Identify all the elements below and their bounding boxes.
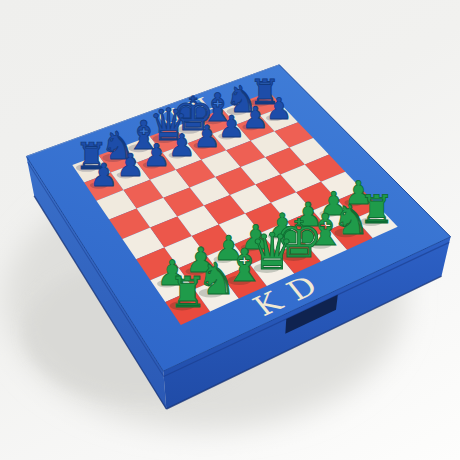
piece-blue-pawn-h7: ♟	[266, 92, 293, 126]
piece-blue-pawn-b7: ♟	[116, 147, 144, 183]
piece-blue-pawn-e7: ♟	[193, 119, 220, 154]
piece-blue-pawn-a7: ♟	[90, 157, 118, 193]
chess-box-render: KDKD♜♞♟♝♟♚♟♛♟♝♟♞♟♜♟♟♟♟♜♟♞♟♝♟♚♟♛♟♝♟♞♜	[0, 0, 460, 460]
piece-green-rook-a1: ♜	[169, 268, 207, 317]
piece-blue-pawn-c7: ♟	[142, 137, 170, 173]
piece-blue-pawn-g7: ♟	[242, 100, 269, 135]
piece-blue-pawn-d7: ♟	[168, 127, 196, 163]
piece-blue-pawn-f7: ♟	[218, 109, 245, 144]
chess-box-product-photo: KDKD♜♞♟♝♟♚♟♛♟♝♟♞♟♜♟♟♟♟♜♟♞♟♝♟♚♟♛♟♝♟♞♜	[0, 0, 460, 460]
